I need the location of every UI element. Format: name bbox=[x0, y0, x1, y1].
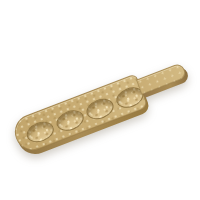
board-body bbox=[10, 73, 149, 155]
flight-paddle-board bbox=[10, 57, 193, 156]
pit-1[interactable] bbox=[24, 118, 57, 146]
photo-background bbox=[0, 0, 200, 200]
pit-row bbox=[18, 74, 150, 153]
pit-2[interactable] bbox=[54, 107, 87, 135]
pit-3[interactable] bbox=[84, 95, 117, 123]
